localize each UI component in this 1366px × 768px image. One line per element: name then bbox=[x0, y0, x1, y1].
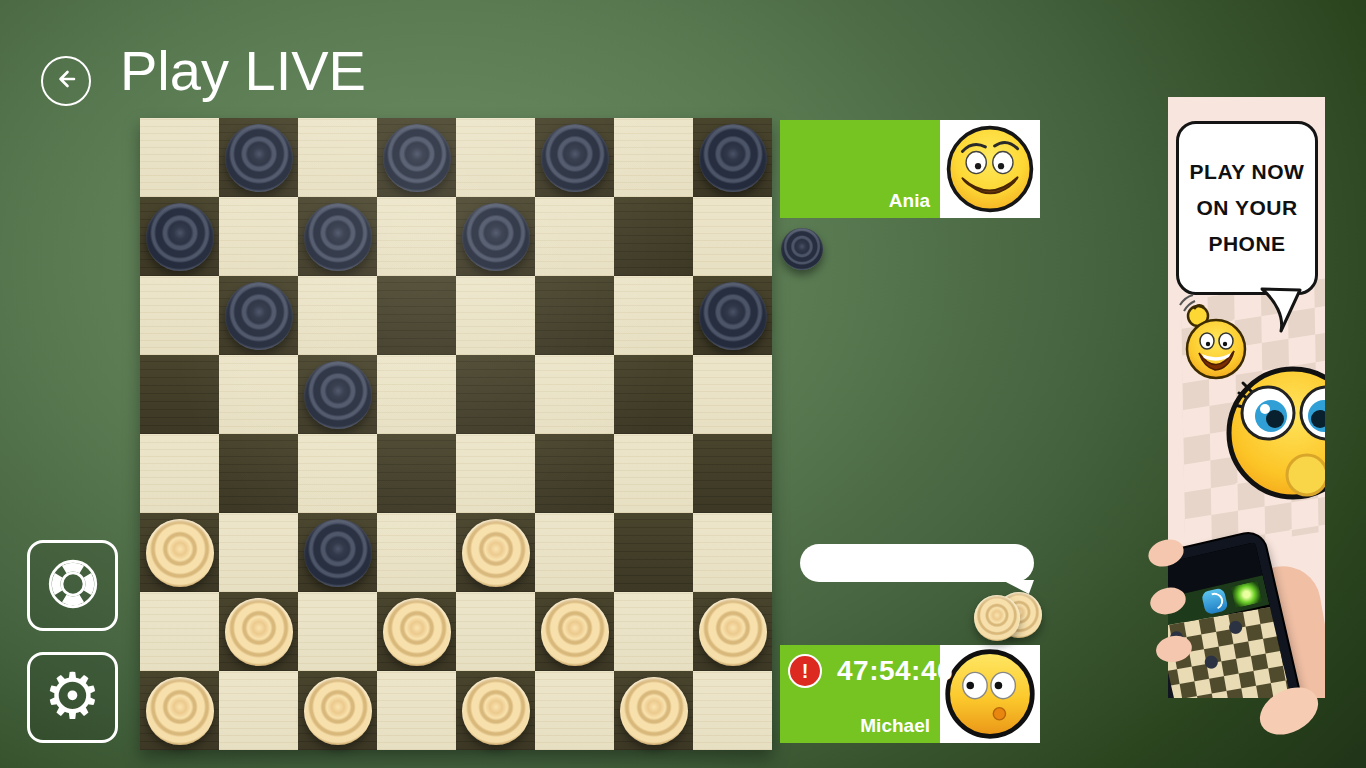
board-cell[interactable] bbox=[140, 355, 219, 434]
captured-piece-dark bbox=[781, 228, 823, 270]
board-cell[interactable] bbox=[298, 513, 377, 592]
board-cell[interactable] bbox=[140, 671, 219, 750]
board-cell bbox=[535, 197, 614, 276]
checker-piece-dark[interactable] bbox=[304, 361, 372, 429]
board-cell bbox=[693, 355, 772, 434]
board-cell bbox=[140, 118, 219, 197]
board-cell[interactable] bbox=[456, 355, 535, 434]
board-cell bbox=[693, 197, 772, 276]
board-cell bbox=[298, 434, 377, 513]
checker-piece-dark[interactable] bbox=[699, 124, 767, 192]
board-cell bbox=[693, 671, 772, 750]
checker-piece-light[interactable] bbox=[541, 598, 609, 666]
checker-piece-light[interactable] bbox=[620, 677, 688, 745]
board-cell[interactable] bbox=[298, 197, 377, 276]
checker-piece-dark[interactable] bbox=[146, 203, 214, 271]
checker-piece-light[interactable] bbox=[383, 598, 451, 666]
board-cell[interactable] bbox=[219, 118, 298, 197]
page-title: Play LIVE bbox=[120, 38, 366, 103]
time-alert-icon: ! bbox=[788, 654, 822, 688]
board-cell bbox=[535, 671, 614, 750]
board-cell[interactable] bbox=[377, 592, 456, 671]
board-cell[interactable] bbox=[614, 197, 693, 276]
board-cell bbox=[140, 434, 219, 513]
lifebuoy-icon bbox=[45, 556, 101, 616]
board-cell[interactable] bbox=[614, 671, 693, 750]
board-cell[interactable] bbox=[140, 197, 219, 276]
board-cell[interactable] bbox=[614, 355, 693, 434]
checkers-board bbox=[140, 118, 772, 750]
board-cell bbox=[298, 276, 377, 355]
board-cell bbox=[377, 671, 456, 750]
board-cell[interactable] bbox=[693, 118, 772, 197]
board-cell bbox=[298, 118, 377, 197]
surprised-smiley-icon bbox=[943, 647, 1037, 741]
board-cell[interactable] bbox=[693, 434, 772, 513]
local-player-avatar bbox=[940, 645, 1040, 743]
checker-piece-dark[interactable] bbox=[699, 282, 767, 350]
local-player-panel: ! 47:54:46 Michael bbox=[780, 645, 1040, 743]
board-cell bbox=[298, 592, 377, 671]
board-cell[interactable] bbox=[219, 592, 298, 671]
gear-icon: ⚙ bbox=[44, 664, 101, 728]
green-glow-icon bbox=[1230, 581, 1262, 609]
ad-banner[interactable]: PLAY NOW ON YOUR PHONE bbox=[1168, 97, 1325, 698]
ad-text-line: ON YOUR bbox=[1196, 190, 1297, 226]
board-cell[interactable] bbox=[693, 592, 772, 671]
checker-piece-light[interactable] bbox=[225, 598, 293, 666]
local-player-info: ! 47:54:46 Michael bbox=[780, 645, 940, 743]
board-cell bbox=[535, 355, 614, 434]
chat-bubble bbox=[800, 544, 1034, 582]
board-cell[interactable] bbox=[219, 276, 298, 355]
board-cell bbox=[219, 355, 298, 434]
help-button[interactable] bbox=[27, 540, 118, 631]
back-arrow-icon bbox=[54, 67, 78, 95]
captured-light-tray bbox=[974, 592, 1042, 640]
board-cell bbox=[614, 118, 693, 197]
checker-piece-light[interactable] bbox=[146, 677, 214, 745]
board-cell bbox=[693, 513, 772, 592]
board-cell[interactable] bbox=[456, 513, 535, 592]
captured-dark-tray bbox=[781, 228, 841, 272]
board-cell[interactable] bbox=[140, 513, 219, 592]
board-cell bbox=[535, 513, 614, 592]
opponent-info: Ania bbox=[780, 120, 940, 218]
checker-piece-light[interactable] bbox=[699, 598, 767, 666]
board-cell bbox=[140, 276, 219, 355]
opponent-panel: Ania bbox=[780, 120, 1040, 218]
ad-speech-bubble-tail bbox=[1254, 287, 1304, 339]
board-cell bbox=[614, 434, 693, 513]
board-cell bbox=[614, 592, 693, 671]
ad-speech-bubble: PLAY NOW ON YOUR PHONE bbox=[1176, 121, 1318, 295]
board-cell[interactable] bbox=[377, 118, 456, 197]
checker-piece-light[interactable] bbox=[462, 677, 530, 745]
captured-piece-light bbox=[974, 595, 1020, 641]
big-eyes-emoji-icon bbox=[1223, 363, 1325, 507]
checker-piece-dark[interactable] bbox=[462, 203, 530, 271]
ad-text-line: PHONE bbox=[1208, 226, 1285, 262]
board-cell[interactable] bbox=[377, 434, 456, 513]
board-cell bbox=[377, 513, 456, 592]
board-cell bbox=[219, 671, 298, 750]
checker-piece-dark[interactable] bbox=[225, 124, 293, 192]
board-cell bbox=[614, 276, 693, 355]
board-cell[interactable] bbox=[535, 592, 614, 671]
ad-text-line: PLAY NOW bbox=[1190, 154, 1305, 190]
board-cell bbox=[456, 118, 535, 197]
board-cell[interactable] bbox=[456, 197, 535, 276]
board-cell bbox=[219, 513, 298, 592]
checker-piece-light[interactable] bbox=[462, 519, 530, 587]
checker-piece-light[interactable] bbox=[146, 519, 214, 587]
checker-piece-dark[interactable] bbox=[541, 124, 609, 192]
board-cell[interactable] bbox=[535, 118, 614, 197]
happy-smiley-icon bbox=[944, 123, 1036, 215]
back-button[interactable] bbox=[41, 56, 91, 106]
board-cell[interactable] bbox=[219, 434, 298, 513]
board-cell bbox=[219, 197, 298, 276]
board-cell bbox=[456, 592, 535, 671]
local-player-name: Michael bbox=[860, 715, 930, 737]
chat-app-icon bbox=[1201, 587, 1229, 615]
board-cell bbox=[456, 276, 535, 355]
board-cell bbox=[377, 355, 456, 434]
board-cell[interactable] bbox=[535, 434, 614, 513]
checker-piece-dark[interactable] bbox=[225, 282, 293, 350]
checker-piece-dark[interactable] bbox=[304, 203, 372, 271]
checker-piece-light[interactable] bbox=[304, 677, 372, 745]
board-cell[interactable] bbox=[614, 513, 693, 592]
board-cell bbox=[456, 434, 535, 513]
checker-piece-dark[interactable] bbox=[383, 124, 451, 192]
board-cell bbox=[377, 197, 456, 276]
checker-piece-dark[interactable] bbox=[304, 519, 372, 587]
board-cell[interactable] bbox=[298, 671, 377, 750]
player-clock: 47:54:46 bbox=[837, 655, 953, 687]
board-cell[interactable] bbox=[377, 276, 456, 355]
opponent-avatar bbox=[940, 120, 1040, 218]
opponent-name: Ania bbox=[889, 190, 930, 212]
board-cell[interactable] bbox=[693, 276, 772, 355]
board-cell[interactable] bbox=[298, 355, 377, 434]
board-cell[interactable] bbox=[535, 276, 614, 355]
settings-button[interactable]: ⚙ bbox=[27, 652, 118, 743]
board-cell bbox=[140, 592, 219, 671]
board-cell[interactable] bbox=[456, 671, 535, 750]
